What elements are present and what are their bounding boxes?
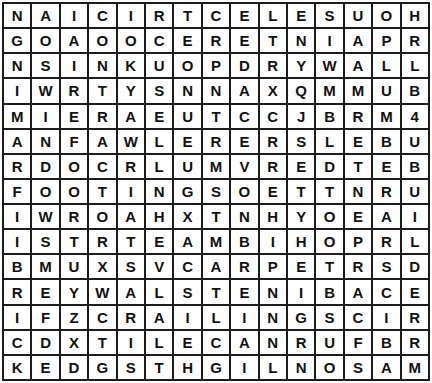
grid-cell[interactable]: A: [373, 205, 399, 228]
grid-cell[interactable]: T: [316, 180, 342, 203]
grid-cell[interactable]: L: [146, 155, 172, 178]
grid-cell[interactable]: F: [61, 130, 87, 153]
grid-cell[interactable]: C: [260, 105, 286, 128]
grid-cell[interactable]: R: [402, 306, 428, 329]
grid-cell[interactable]: O: [89, 29, 115, 52]
grid-cell[interactable]: L: [203, 306, 229, 329]
grid-cell[interactable]: S: [32, 230, 58, 253]
grid-cell[interactable]: T: [61, 230, 87, 253]
grid-cell[interactable]: S: [118, 356, 144, 379]
grid-cell[interactable]: L: [373, 54, 399, 77]
grid-cell[interactable]: C: [89, 306, 115, 329]
grid-cell[interactable]: S: [32, 54, 58, 77]
grid-cell[interactable]: E: [345, 205, 371, 228]
grid-cell[interactable]: X: [260, 79, 286, 102]
grid-cell[interactable]: E: [345, 130, 371, 153]
grid-cell[interactable]: N: [32, 130, 58, 153]
grid-cell[interactable]: B: [402, 79, 428, 102]
grid-cell[interactable]: U: [402, 130, 428, 153]
grid-cell[interactable]: T: [203, 105, 229, 128]
grid-cell[interactable]: U: [373, 79, 399, 102]
grid-cell[interactable]: X: [61, 331, 87, 354]
grid-cell[interactable]: T: [260, 29, 286, 52]
grid-cell[interactable]: U: [61, 255, 87, 278]
grid-cell[interactable]: S: [118, 255, 144, 278]
grid-cell[interactable]: R: [4, 155, 30, 178]
grid-cell[interactable]: O: [118, 29, 144, 52]
grid-cell[interactable]: K: [4, 356, 30, 379]
grid-cell[interactable]: C: [203, 331, 229, 354]
grid-cell[interactable]: L: [146, 331, 172, 354]
grid-cell[interactable]: L: [146, 130, 172, 153]
grid-cell[interactable]: O: [89, 205, 115, 228]
grid-cell[interactable]: S: [146, 79, 172, 102]
grid-cell[interactable]: S: [373, 255, 399, 278]
grid-cell[interactable]: S: [288, 130, 314, 153]
grid-cell[interactable]: N: [203, 79, 229, 102]
grid-cell[interactable]: B: [316, 105, 342, 128]
grid-cell[interactable]: N: [260, 280, 286, 303]
grid-cell[interactable]: E: [260, 180, 286, 203]
grid-cell[interactable]: O: [174, 54, 200, 77]
grid-cell[interactable]: Q: [288, 79, 314, 102]
grid-cell[interactable]: U: [316, 331, 342, 354]
grid-cell[interactable]: T: [174, 4, 200, 27]
grid-cell[interactable]: N: [288, 29, 314, 52]
grid-cell[interactable]: M: [373, 105, 399, 128]
grid-cell[interactable]: M: [32, 255, 58, 278]
grid-cell[interactable]: L: [316, 130, 342, 153]
grid-cell[interactable]: R: [345, 105, 371, 128]
grid-cell[interactable]: T: [89, 180, 115, 203]
grid-cell[interactable]: B: [231, 230, 257, 253]
grid-cell[interactable]: S: [316, 4, 342, 27]
grid-cell[interactable]: N: [231, 205, 257, 228]
grid-cell[interactable]: R: [402, 29, 428, 52]
grid-cell[interactable]: K: [118, 54, 144, 77]
grid-cell[interactable]: W: [32, 205, 58, 228]
grid-cell[interactable]: A: [146, 306, 172, 329]
grid-cell[interactable]: C: [89, 155, 115, 178]
grid-cell[interactable]: Y: [61, 280, 87, 303]
grid-cell[interactable]: N: [288, 356, 314, 379]
grid-cell[interactable]: N: [260, 306, 286, 329]
grid-cell[interactable]: R: [4, 280, 30, 303]
grid-cell[interactable]: A: [4, 130, 30, 153]
grid-cell[interactable]: E: [288, 255, 314, 278]
grid-cell[interactable]: S: [345, 356, 371, 379]
grid-cell[interactable]: U: [174, 155, 200, 178]
grid-cell[interactable]: Y: [118, 79, 144, 102]
grid-cell[interactable]: O: [316, 230, 342, 253]
grid-cell[interactable]: O: [231, 180, 257, 203]
grid-cell[interactable]: S: [316, 306, 342, 329]
grid-cell[interactable]: D: [32, 155, 58, 178]
grid-cell[interactable]: A: [231, 331, 257, 354]
grid-cell[interactable]: G: [174, 180, 200, 203]
grid-cell[interactable]: H: [402, 4, 428, 27]
grid-cell[interactable]: T: [203, 205, 229, 228]
grid-cell[interactable]: E: [174, 130, 200, 153]
grid-cell[interactable]: I: [61, 4, 87, 27]
grid-cell[interactable]: E: [146, 230, 172, 253]
grid-cell[interactable]: E: [231, 29, 257, 52]
grid-cell[interactable]: P: [203, 54, 229, 77]
grid-cell[interactable]: I: [174, 306, 200, 329]
grid-cell[interactable]: J: [288, 105, 314, 128]
grid-cell[interactable]: E: [174, 331, 200, 354]
grid-cell[interactable]: O: [61, 155, 87, 178]
grid-cell[interactable]: M: [316, 79, 342, 102]
grid-cell[interactable]: C: [146, 29, 172, 52]
grid-cell[interactable]: U: [402, 180, 428, 203]
grid-cell[interactable]: W: [32, 79, 58, 102]
grid-cell[interactable]: I: [231, 356, 257, 379]
grid-cell[interactable]: E: [174, 29, 200, 52]
grid-cell[interactable]: R: [203, 29, 229, 52]
grid-cell[interactable]: A: [345, 280, 371, 303]
grid-cell[interactable]: A: [174, 230, 200, 253]
grid-cell[interactable]: A: [61, 29, 87, 52]
grid-cell[interactable]: Y: [288, 205, 314, 228]
grid-cell[interactable]: P: [260, 255, 286, 278]
grid-cell[interactable]: H: [146, 205, 172, 228]
grid-cell[interactable]: R: [260, 155, 286, 178]
grid-cell[interactable]: A: [89, 130, 115, 153]
grid-cell[interactable]: W: [118, 130, 144, 153]
grid-cell[interactable]: 4: [402, 105, 428, 128]
grid-cell[interactable]: G: [89, 356, 115, 379]
grid-cell[interactable]: T: [345, 155, 371, 178]
grid-cell[interactable]: F: [4, 180, 30, 203]
grid-cell[interactable]: R: [89, 230, 115, 253]
grid-cell[interactable]: L: [402, 54, 428, 77]
grid-cell[interactable]: E: [32, 356, 58, 379]
grid-cell[interactable]: C: [89, 4, 115, 27]
grid-cell[interactable]: I: [4, 306, 30, 329]
grid-cell[interactable]: N: [345, 180, 371, 203]
grid-cell[interactable]: M: [345, 79, 371, 102]
grid-cell[interactable]: U: [174, 105, 200, 128]
grid-cell[interactable]: T: [146, 356, 172, 379]
grid-cell[interactable]: T: [89, 331, 115, 354]
grid-cell[interactable]: N: [174, 79, 200, 102]
grid-cell[interactable]: E: [402, 280, 428, 303]
grid-cell[interactable]: I: [4, 205, 30, 228]
grid-cell[interactable]: L: [146, 280, 172, 303]
grid-cell[interactable]: B: [373, 331, 399, 354]
grid-cell[interactable]: O: [32, 180, 58, 203]
grid-cell[interactable]: C: [174, 255, 200, 278]
grid-cell[interactable]: W: [316, 54, 342, 77]
grid-cell[interactable]: B: [316, 280, 342, 303]
grid-cell[interactable]: A: [32, 4, 58, 27]
grid-cell[interactable]: F: [32, 306, 58, 329]
grid-cell[interactable]: I: [373, 306, 399, 329]
grid-cell[interactable]: L: [260, 4, 286, 27]
grid-cell[interactable]: S: [203, 180, 229, 203]
grid-cell[interactable]: I: [61, 54, 87, 77]
grid-cell[interactable]: A: [345, 29, 371, 52]
grid-cell[interactable]: R: [260, 130, 286, 153]
grid-cell[interactable]: I: [260, 230, 286, 253]
grid-cell[interactable]: R: [260, 54, 286, 77]
grid-cell[interactable]: W: [89, 280, 115, 303]
grid-cell[interactable]: P: [373, 29, 399, 52]
grid-cell[interactable]: I: [118, 180, 144, 203]
word-search-grid: NAICIRTCELESUOHGOAOOCERETNIAPRNSINKUOPDR…: [2, 2, 430, 381]
grid-cell[interactable]: R: [61, 79, 87, 102]
grid-cell[interactable]: M: [203, 230, 229, 253]
grid-cell[interactable]: H: [260, 205, 286, 228]
grid-cell[interactable]: R: [89, 105, 115, 128]
grid-cell[interactable]: O: [32, 29, 58, 52]
grid-cell[interactable]: T: [89, 79, 115, 102]
grid-cell[interactable]: H: [174, 356, 200, 379]
grid-cell[interactable]: E: [61, 105, 87, 128]
grid-cell[interactable]: G: [288, 306, 314, 329]
grid-cell[interactable]: E: [146, 105, 172, 128]
grid-cell[interactable]: M: [402, 356, 428, 379]
grid-cell[interactable]: G: [203, 356, 229, 379]
grid-cell[interactable]: Y: [288, 54, 314, 77]
grid-cell[interactable]: D: [32, 331, 58, 354]
grid-cell[interactable]: N: [4, 54, 30, 77]
grid-cell[interactable]: B: [4, 255, 30, 278]
grid-cell[interactable]: B: [402, 155, 428, 178]
grid-cell[interactable]: O: [373, 4, 399, 27]
grid-cell[interactable]: H: [288, 230, 314, 253]
grid-cell[interactable]: N: [4, 4, 30, 27]
grid-cell[interactable]: I: [316, 29, 342, 52]
grid-cell[interactable]: R: [345, 255, 371, 278]
grid-cell[interactable]: S: [174, 280, 200, 303]
grid-cell[interactable]: T: [288, 180, 314, 203]
grid-cell[interactable]: I: [4, 230, 30, 253]
grid-cell[interactable]: L: [260, 356, 286, 379]
grid-cell[interactable]: C: [203, 4, 229, 27]
grid-cell[interactable]: A: [203, 255, 229, 278]
grid-cell[interactable]: R: [288, 331, 314, 354]
grid-cell[interactable]: A: [118, 205, 144, 228]
grid-cell[interactable]: V: [231, 155, 257, 178]
grid-cell[interactable]: X: [89, 255, 115, 278]
grid-cell[interactable]: I: [118, 4, 144, 27]
grid-cell[interactable]: T: [316, 255, 342, 278]
grid-cell[interactable]: A: [118, 280, 144, 303]
grid-cell[interactable]: E: [231, 280, 257, 303]
grid-cell[interactable]: I: [288, 280, 314, 303]
grid-cell[interactable]: E: [231, 4, 257, 27]
grid-cell[interactable]: E: [288, 155, 314, 178]
grid-cell[interactable]: R: [402, 331, 428, 354]
grid-cell[interactable]: V: [146, 255, 172, 278]
grid-cell[interactable]: M: [203, 155, 229, 178]
grid-cell[interactable]: N: [146, 180, 172, 203]
grid-cell[interactable]: N: [260, 331, 286, 354]
grid-cell[interactable]: P: [345, 230, 371, 253]
grid-cell[interactable]: C: [345, 306, 371, 329]
grid-cell[interactable]: A: [373, 356, 399, 379]
grid-cell[interactable]: A: [118, 105, 144, 128]
grid-cell[interactable]: D: [61, 356, 87, 379]
grid-cell[interactable]: C: [373, 280, 399, 303]
grid-cell[interactable]: N: [89, 54, 115, 77]
grid-cell[interactable]: G: [4, 29, 30, 52]
grid-cell[interactable]: R: [118, 155, 144, 178]
grid-cell[interactable]: R: [373, 180, 399, 203]
grid-cell[interactable]: E: [288, 4, 314, 27]
grid-cell[interactable]: R: [146, 4, 172, 27]
grid-cell[interactable]: E: [32, 280, 58, 303]
grid-cell[interactable]: U: [345, 4, 371, 27]
grid-cell[interactable]: I: [32, 105, 58, 128]
grid-cell[interactable]: E: [231, 130, 257, 153]
grid-cell[interactable]: I: [4, 79, 30, 102]
grid-cell[interactable]: T: [203, 280, 229, 303]
grid-cell[interactable]: I: [402, 205, 428, 228]
grid-cell[interactable]: F: [345, 331, 371, 354]
grid-cell[interactable]: R: [203, 130, 229, 153]
grid-cell[interactable]: D: [402, 255, 428, 278]
grid-cell[interactable]: A: [231, 79, 257, 102]
grid-cell[interactable]: R: [231, 255, 257, 278]
grid-cell[interactable]: R: [61, 205, 87, 228]
grid-cell[interactable]: R: [118, 306, 144, 329]
grid-cell[interactable]: E: [373, 155, 399, 178]
word-search-page: NAICIRTCELESUOHGOAOOCERETNIAPRNSINKUOPDR…: [0, 0, 432, 383]
grid-cell[interactable]: R: [373, 230, 399, 253]
grid-cell[interactable]: O: [316, 356, 342, 379]
grid-cell[interactable]: T: [118, 230, 144, 253]
grid-cell[interactable]: X: [174, 205, 200, 228]
grid-cell[interactable]: D: [316, 155, 342, 178]
grid-cell[interactable]: I: [118, 331, 144, 354]
grid-cell[interactable]: O: [61, 180, 87, 203]
grid-cell[interactable]: I: [231, 306, 257, 329]
grid-cell[interactable]: A: [345, 54, 371, 77]
grid-cell[interactable]: C: [4, 331, 30, 354]
grid-cell[interactable]: L: [402, 230, 428, 253]
grid-cell[interactable]: O: [316, 205, 342, 228]
grid-cell[interactable]: D: [231, 54, 257, 77]
grid-cell[interactable]: M: [4, 105, 30, 128]
grid-cell[interactable]: B: [373, 130, 399, 153]
grid-cell[interactable]: C: [231, 105, 257, 128]
grid-cell[interactable]: Z: [61, 306, 87, 329]
grid-cell[interactable]: U: [146, 54, 172, 77]
